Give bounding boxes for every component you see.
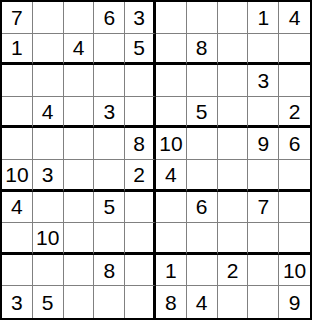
given-digit: 8	[165, 292, 177, 313]
cell-r10c5[interactable]	[125, 286, 156, 318]
cell-r9c2[interactable]	[33, 255, 64, 287]
cell-r6c4[interactable]	[94, 160, 125, 192]
cell-r4c5[interactable]	[125, 97, 156, 129]
given-digit: 5	[133, 37, 145, 58]
cell-r10c8[interactable]	[218, 286, 249, 318]
cell-r7c5[interactable]	[125, 192, 156, 224]
given-digit: 3	[42, 164, 54, 185]
cell-r4c3[interactable]	[64, 97, 95, 129]
cell-r4c2[interactable]: 4	[33, 97, 64, 129]
given-digit: 4	[73, 37, 85, 58]
given-digit: 5	[196, 101, 208, 122]
cell-r9c6[interactable]: 1	[156, 255, 187, 287]
given-digit: 3	[133, 7, 145, 28]
cell-r7c8[interactable]	[218, 192, 249, 224]
cell-r8c7[interactable]	[187, 223, 218, 255]
given-digit: 8	[103, 260, 115, 281]
cell-r4c8[interactable]	[218, 97, 249, 129]
cell-r4c1[interactable]	[2, 97, 33, 129]
cell-r5c1[interactable]	[2, 128, 33, 160]
given-digit: 8	[196, 37, 208, 58]
cell-r1c10[interactable]: 4	[279, 2, 310, 34]
cell-r5c4[interactable]	[94, 128, 125, 160]
cell-r9c4[interactable]: 8	[94, 255, 125, 287]
cell-r1c5[interactable]: 3	[125, 2, 156, 34]
given-digit: 5	[103, 196, 115, 217]
cell-r10c9[interactable]	[248, 286, 279, 318]
sudoku-board: 7631414583435281096103244567108121035849	[0, 0, 312, 320]
cell-r6c2[interactable]: 3	[33, 160, 64, 192]
cell-r9c8[interactable]: 2	[218, 255, 249, 287]
cell-r8c4[interactable]	[94, 223, 125, 255]
given-digit: 10	[36, 227, 59, 248]
given-digit: 10	[159, 133, 182, 154]
cell-r10c6[interactable]: 8	[156, 286, 187, 318]
cell-r2c9[interactable]	[248, 34, 279, 66]
given-digit: 9	[289, 292, 301, 313]
cell-r5c2[interactable]	[33, 128, 64, 160]
cell-r3c3[interactable]	[64, 65, 95, 97]
cell-r8c1[interactable]	[2, 223, 33, 255]
cell-r8c6[interactable]	[156, 223, 187, 255]
cell-r5c7[interactable]	[187, 128, 218, 160]
cell-r1c6[interactable]	[156, 2, 187, 34]
cell-r5c10[interactable]: 6	[279, 128, 310, 160]
cell-r7c2[interactable]	[33, 192, 64, 224]
cell-r8c3[interactable]	[64, 223, 95, 255]
given-digit: 4	[11, 196, 23, 217]
cell-r1c8[interactable]	[218, 2, 249, 34]
cell-r7c9[interactable]: 7	[248, 192, 279, 224]
cell-r6c1[interactable]: 10	[2, 160, 33, 192]
cell-r2c3[interactable]: 4	[64, 34, 95, 66]
cell-r10c3[interactable]	[64, 286, 95, 318]
cell-r7c3[interactable]	[64, 192, 95, 224]
cell-r4c4[interactable]: 3	[94, 97, 125, 129]
cell-r9c7[interactable]	[187, 255, 218, 287]
cell-r2c1[interactable]: 1	[2, 34, 33, 66]
cell-r4c6[interactable]	[156, 97, 187, 129]
given-digit: 6	[289, 133, 301, 154]
cell-r9c9[interactable]	[248, 255, 279, 287]
cell-r6c5[interactable]: 2	[125, 160, 156, 192]
cell-r6c7[interactable]	[187, 160, 218, 192]
given-digit: 7	[11, 7, 23, 28]
given-digit: 1	[257, 7, 269, 28]
cell-r8c9[interactable]	[248, 223, 279, 255]
cell-r7c4[interactable]: 5	[94, 192, 125, 224]
cell-r5c8[interactable]	[218, 128, 249, 160]
cell-r6c9[interactable]	[248, 160, 279, 192]
cell-r8c8[interactable]	[218, 223, 249, 255]
cell-r10c1[interactable]: 3	[2, 286, 33, 318]
given-digit: 6	[103, 7, 115, 28]
cell-r5c3[interactable]	[64, 128, 95, 160]
cell-r2c8[interactable]	[218, 34, 249, 66]
given-digit: 10	[283, 260, 306, 281]
cell-r9c10[interactable]: 10	[279, 255, 310, 287]
cell-r6c10[interactable]	[279, 160, 310, 192]
cell-r2c5[interactable]: 5	[125, 34, 156, 66]
cell-r5c9[interactable]: 9	[248, 128, 279, 160]
cell-r1c2[interactable]	[33, 2, 64, 34]
given-digit: 9	[257, 133, 269, 154]
cell-r1c9[interactable]: 1	[248, 2, 279, 34]
cell-r8c5[interactable]	[125, 223, 156, 255]
cell-r6c8[interactable]	[218, 160, 249, 192]
cell-r2c7[interactable]: 8	[187, 34, 218, 66]
cell-r4c7[interactable]: 5	[187, 97, 218, 129]
cell-r10c2[interactable]: 5	[33, 286, 64, 318]
given-digit: 2	[227, 260, 239, 281]
cell-r4c10[interactable]: 2	[279, 97, 310, 129]
given-digit: 6	[196, 196, 208, 217]
given-digit: 3	[257, 70, 269, 91]
cell-r8c10[interactable]	[279, 223, 310, 255]
cell-r1c4[interactable]: 6	[94, 2, 125, 34]
cell-r7c1[interactable]: 4	[2, 192, 33, 224]
cell-r6c6[interactable]: 4	[156, 160, 187, 192]
given-digit: 5	[42, 292, 54, 313]
cell-r9c1[interactable]	[2, 255, 33, 287]
given-digit: 1	[11, 37, 23, 58]
cell-r1c7[interactable]	[187, 2, 218, 34]
given-digit: 7	[257, 196, 269, 217]
cell-r2c10[interactable]	[279, 34, 310, 66]
cell-r5c5[interactable]: 8	[125, 128, 156, 160]
given-digit: 3	[11, 292, 23, 313]
given-digit: 10	[5, 164, 28, 185]
cell-r3c9[interactable]: 3	[248, 65, 279, 97]
given-digit: 2	[133, 164, 145, 185]
cell-r2c4[interactable]	[94, 34, 125, 66]
cell-r3c1[interactable]	[2, 65, 33, 97]
cell-r3c4[interactable]	[94, 65, 125, 97]
cell-r5c6[interactable]: 10	[156, 128, 187, 160]
given-digit: 1	[165, 260, 177, 281]
given-digit: 4	[42, 101, 54, 122]
given-digit: 8	[133, 133, 145, 154]
given-digit: 4	[165, 164, 177, 185]
given-digit: 3	[103, 101, 115, 122]
cell-r9c3[interactable]	[64, 255, 95, 287]
cell-r2c6[interactable]	[156, 34, 187, 66]
given-digit: 4	[196, 292, 208, 313]
cell-r10c10[interactable]: 9	[279, 286, 310, 318]
given-digit: 2	[289, 101, 301, 122]
cell-r8c2[interactable]: 10	[33, 223, 64, 255]
cell-r10c4[interactable]	[94, 286, 125, 318]
cell-r7c6[interactable]	[156, 192, 187, 224]
cell-r1c3[interactable]	[64, 2, 95, 34]
given-digit: 4	[289, 7, 301, 28]
cell-r3c7[interactable]	[187, 65, 218, 97]
cell-r3c8[interactable]	[218, 65, 249, 97]
cell-r9c5[interactable]	[125, 255, 156, 287]
cell-r3c5[interactable]	[125, 65, 156, 97]
cell-r7c10[interactable]	[279, 192, 310, 224]
cell-r1c1[interactable]: 7	[2, 2, 33, 34]
cell-r3c10[interactable]	[279, 65, 310, 97]
cell-r3c2[interactable]	[33, 65, 64, 97]
cell-r3c6[interactable]	[156, 65, 187, 97]
cell-r6c3[interactable]	[64, 160, 95, 192]
cell-r7c7[interactable]: 6	[187, 192, 218, 224]
cell-r10c7[interactable]: 4	[187, 286, 218, 318]
cell-r4c9[interactable]	[248, 97, 279, 129]
cell-r2c2[interactable]	[33, 34, 64, 66]
